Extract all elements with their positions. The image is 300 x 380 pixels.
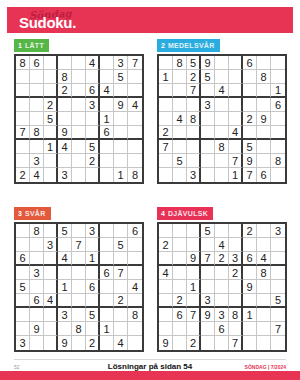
cell-r1c5 (215, 56, 229, 70)
cell-r2c1: 1 (159, 70, 173, 84)
cell-r1c2: 8 (30, 224, 44, 238)
cell-r9c5 (72, 336, 86, 350)
cell-r5c7: 1 (100, 112, 114, 126)
cell-r3c9 (128, 252, 142, 266)
cell-r5c5 (215, 112, 229, 126)
cell-r5c7: 9 (243, 280, 257, 294)
cell-r8c2: 9 (30, 322, 44, 336)
cell-r9c9 (271, 168, 285, 182)
cell-r6c5 (215, 294, 229, 308)
cell-r9c4 (201, 168, 215, 182)
issue-info: SÖNDAG | 7/2024 (245, 364, 286, 370)
cell-r4c7 (100, 98, 114, 112)
cell-r6c5 (215, 126, 229, 140)
cell-r4c8: 7 (114, 266, 128, 280)
cell-r2c5: 7 (72, 238, 86, 252)
cell-r5c1 (16, 112, 30, 126)
cell-r9c2 (30, 336, 44, 350)
cell-r3c9 (271, 252, 285, 266)
cell-r8c8 (114, 322, 128, 336)
cell-r5c2 (173, 280, 187, 294)
cell-r2c6 (86, 70, 100, 84)
cell-r8c6 (86, 322, 100, 336)
cell-r6c6 (86, 294, 100, 308)
cell-r8c3 (187, 154, 201, 168)
cell-r8c4 (58, 154, 72, 168)
cell-r5c8: 9 (257, 112, 271, 126)
cell-r2c6 (86, 238, 100, 252)
cell-r8c9 (128, 322, 142, 336)
cell-r6c3 (187, 294, 201, 308)
cell-r3c6: 3 (229, 252, 243, 266)
cell-r9c8: 1 (114, 168, 128, 182)
cell-r7c8 (257, 308, 271, 322)
cell-r8c7 (100, 154, 114, 168)
cell-r7c7: 1 (243, 308, 257, 322)
cell-r5c1 (159, 112, 173, 126)
cell-r4c5 (215, 98, 229, 112)
cell-r7c5 (72, 140, 86, 154)
cell-r9c2 (173, 168, 187, 182)
cell-r9c1: 3 (16, 336, 30, 350)
cell-r2c6 (229, 238, 243, 252)
cell-r8c8 (257, 154, 271, 168)
cell-r2c2 (30, 238, 44, 252)
cell-r3c7 (243, 84, 257, 98)
cell-r7c1: 7 (159, 140, 173, 154)
cell-r3c2 (30, 84, 44, 98)
cell-r3c4: 4 (58, 252, 72, 266)
cell-r1c8: 3 (114, 56, 128, 70)
cell-r3c3 (44, 84, 58, 98)
cell-r6c2: 2 (173, 294, 187, 308)
cell-r6c1: 2 (159, 126, 173, 140)
cell-r1c7: 2 (243, 224, 257, 238)
cell-r4c9 (271, 266, 285, 280)
cell-r9c7 (100, 336, 114, 350)
cell-r4c6 (229, 98, 243, 112)
cell-r5c4 (58, 112, 72, 126)
cell-r4c1: 4 (159, 266, 173, 280)
cell-r6c3 (44, 126, 58, 140)
cell-r1c3 (44, 224, 58, 238)
cell-r9c8: 4 (114, 336, 128, 350)
cell-r7c2 (173, 140, 187, 154)
badge-number: 4 (161, 209, 165, 218)
cell-r4c2 (30, 98, 44, 112)
cell-r2c9 (271, 238, 285, 252)
cell-r6c9 (128, 126, 142, 140)
cell-r2c8: 8 (257, 70, 271, 84)
cell-r9c1: 2 (16, 168, 30, 182)
cell-r3c5 (72, 84, 86, 98)
cell-r6c1 (159, 294, 173, 308)
cell-r4c1 (16, 98, 30, 112)
cell-r6c4 (58, 294, 72, 308)
difficulty-badge-devilish: 4 DJÄVULSK (157, 207, 213, 220)
cell-r8c2 (173, 322, 187, 336)
cell-r2c3 (44, 70, 58, 84)
cell-r6c3 (187, 126, 201, 140)
cell-r4c7: 6 (100, 266, 114, 280)
cell-r2c1 (16, 70, 30, 84)
cell-r5c2 (30, 112, 44, 126)
cell-r1c4 (58, 56, 72, 70)
cell-r8c3 (187, 322, 201, 336)
cell-r5c5 (72, 112, 86, 126)
cell-r1c8 (257, 56, 271, 70)
cell-r4c6: 2 (229, 266, 243, 280)
cell-r5c7 (100, 280, 114, 294)
cell-r5c8 (114, 112, 128, 126)
cell-r3c7 (100, 252, 114, 266)
cell-r8c6: 7 (229, 154, 243, 168)
cell-r4c5 (72, 98, 86, 112)
cell-r6c5 (72, 126, 86, 140)
cell-r1c8 (114, 224, 128, 238)
cell-r6c9: 5 (271, 294, 285, 308)
cell-r4c4: 3 (201, 98, 215, 112)
cell-r4c9: 4 (128, 98, 142, 112)
cell-r5c4: 1 (58, 280, 72, 294)
cell-r2c9 (271, 70, 285, 84)
cell-r8c4 (58, 322, 72, 336)
cell-r6c7: 6 (100, 126, 114, 140)
cell-r3c6: 6 (86, 84, 100, 98)
cell-r7c8 (114, 308, 128, 322)
cell-r1c5 (72, 224, 86, 238)
cell-r8c9: 7 (271, 322, 285, 336)
cell-r9c5 (215, 336, 229, 350)
cell-r9c2: 4 (30, 168, 44, 182)
cell-r9c4 (201, 336, 215, 350)
cell-r7c3 (44, 308, 58, 322)
cell-r9c8 (257, 336, 271, 350)
cell-r6c2 (173, 126, 187, 140)
cell-r4c6 (86, 266, 100, 280)
masthead-title: Sudoku. (19, 14, 76, 31)
cell-r5c9 (271, 280, 285, 294)
cell-r2c8: 5 (114, 70, 128, 84)
cell-r6c4 (201, 126, 215, 140)
sudoku-grid-2-medium: 859612587413648292478557983176 (157, 54, 287, 184)
cell-r7c5: 8 (215, 140, 229, 154)
cell-r2c9 (128, 238, 142, 252)
cell-r3c3: 9 (187, 252, 201, 266)
cell-r2c6 (229, 70, 243, 84)
cell-r6c9 (128, 294, 142, 308)
cell-r4c2 (173, 98, 187, 112)
cell-r2c9 (128, 70, 142, 84)
cell-r6c5 (72, 294, 86, 308)
cell-r1c9: 3 (271, 224, 285, 238)
cell-r6c8 (257, 294, 271, 308)
cell-r6c7 (243, 294, 257, 308)
cell-r4c7 (243, 98, 257, 112)
badge-label: LÄTT (25, 41, 44, 50)
cell-r6c8 (257, 126, 271, 140)
cell-r8c7: 1 (100, 322, 114, 336)
cell-r7c6: 5 (86, 308, 100, 322)
cell-r5c3 (44, 280, 58, 294)
cell-r3c5: 2 (215, 252, 229, 266)
cell-r2c1: 2 (159, 238, 173, 252)
cell-r8c8 (257, 322, 271, 336)
cell-r2c8 (257, 238, 271, 252)
cell-r3c3 (44, 252, 58, 266)
cell-r8c2: 3 (30, 154, 44, 168)
cell-r1c4: 5 (58, 224, 72, 238)
cell-r7c7: 5 (243, 140, 257, 154)
badge-label: SVÅR (25, 209, 46, 218)
difficulty-badge-medium: 2 MEDELSVÅR (157, 39, 220, 52)
cell-r7c9 (128, 140, 142, 154)
page-number: 52 (14, 364, 20, 370)
cell-r9c8: 6 (257, 168, 271, 182)
cell-r8c1 (159, 322, 173, 336)
cell-r5c3: 8 (187, 112, 201, 126)
cell-r8c2: 5 (173, 154, 187, 168)
cell-r2c3: 2 (187, 70, 201, 84)
cell-r7c5 (72, 308, 86, 322)
cell-r4c2 (173, 266, 187, 280)
cell-r2c7 (243, 70, 257, 84)
cell-r9c3: 3 (187, 168, 201, 182)
cell-r1c2 (173, 224, 187, 238)
sudoku-grid-1-easy: 864378526423945178961453224318 (14, 54, 144, 184)
cell-r8c9 (128, 154, 142, 168)
badge-number: 1 (18, 41, 22, 50)
cell-r2c4: 5 (201, 70, 215, 84)
cell-r4c3: 2 (44, 98, 58, 112)
cell-r7c4: 9 (201, 308, 215, 322)
cell-r1c4: 5 (201, 224, 215, 238)
cell-r7c2 (30, 140, 44, 154)
cell-r9c9 (128, 336, 142, 350)
cell-r9c4: 3 (58, 168, 72, 182)
cell-r6c8: 2 (114, 294, 128, 308)
cell-r9c3 (44, 168, 58, 182)
difficulty-badge-easy: 1 LÄTT (14, 39, 49, 52)
cell-r2c5 (215, 70, 229, 84)
sudoku-grid-4-devilish: 523249723644281923567938167927 (157, 222, 287, 352)
cell-r3c4: 7 (201, 252, 215, 266)
cell-r9c6 (86, 168, 100, 182)
cell-r7c2: 6 (173, 308, 187, 322)
cell-r3c6: 1 (86, 252, 100, 266)
footer-divider (14, 359, 286, 360)
cell-r1c4: 9 (201, 56, 215, 70)
cell-r8c7: 9 (243, 154, 257, 168)
cell-r5c9 (128, 112, 142, 126)
cell-r3c2 (173, 84, 187, 98)
cell-r9c5 (72, 168, 86, 182)
cell-r4c8 (257, 98, 271, 112)
cell-r5c4 (201, 280, 215, 294)
cell-r3c5: 4 (215, 84, 229, 98)
cell-r8c4 (201, 322, 215, 336)
cell-r2c2 (173, 70, 187, 84)
cell-r2c4 (58, 238, 72, 252)
cell-r3c8: 4 (257, 252, 271, 266)
cell-r7c8 (257, 140, 271, 154)
cell-r7c3 (187, 140, 201, 154)
cell-r4c5 (72, 266, 86, 280)
cell-r4c6: 3 (86, 98, 100, 112)
cell-r8c4 (201, 154, 215, 168)
cell-r6c2: 8 (30, 126, 44, 140)
badge-number: 2 (161, 41, 165, 50)
cell-r3c4: 2 (58, 84, 72, 98)
cell-r9c1 (159, 168, 173, 182)
cell-r6c3: 4 (44, 294, 58, 308)
cell-r7c4 (201, 140, 215, 154)
cell-r9c6: 2 (86, 336, 100, 350)
cell-r6c8 (114, 126, 128, 140)
cell-r7c4: 3 (58, 308, 72, 322)
cell-r6c7 (243, 126, 257, 140)
cell-r2c8: 5 (114, 238, 128, 252)
cell-r1c3: 5 (187, 56, 201, 70)
cell-r5c6 (229, 112, 243, 126)
masthead-banner: Söndag Sudoku. (7, 7, 293, 33)
cell-r3c9 (128, 84, 142, 98)
cell-r9c9: 8 (128, 168, 142, 182)
cell-r4c4 (58, 266, 72, 280)
cell-r3c4 (201, 84, 215, 98)
cell-r9c3 (44, 336, 58, 350)
cell-r2c7 (243, 238, 257, 252)
cell-r7c5: 3 (215, 308, 229, 322)
cell-r4c7 (243, 266, 257, 280)
cell-r8c6: 2 (86, 154, 100, 168)
cell-r3c7: 4 (100, 84, 114, 98)
cell-r1c9 (271, 56, 285, 70)
cell-r8c6 (229, 322, 243, 336)
cell-r9c7 (100, 168, 114, 182)
cell-r1c7: 6 (243, 56, 257, 70)
cell-r3c1: 6 (16, 252, 30, 266)
cell-r2c2 (173, 238, 187, 252)
cell-r6c1: 7 (16, 126, 30, 140)
cell-r1c9: 6 (128, 224, 142, 238)
cell-r7c9 (271, 140, 285, 154)
cell-r7c2 (30, 308, 44, 322)
cell-r9c2 (173, 336, 187, 350)
cell-r5c2 (30, 280, 44, 294)
cell-r2c7 (100, 238, 114, 252)
cell-r9c6: 7 (229, 336, 243, 350)
badge-label: MEDELSVÅR (168, 41, 215, 50)
cell-r7c3: 1 (44, 140, 58, 154)
cell-r8c5: 6 (215, 322, 229, 336)
cell-r6c1 (16, 294, 30, 308)
cell-r7c7 (100, 140, 114, 154)
cell-r1c8 (257, 224, 271, 238)
cell-r6c6 (86, 126, 100, 140)
cell-r4c3 (187, 98, 201, 112)
cell-r2c1 (16, 238, 30, 252)
cell-r1c7 (100, 56, 114, 70)
cell-r7c6 (229, 140, 243, 154)
cell-r6c6 (229, 294, 243, 308)
cell-r8c5: 8 (72, 322, 86, 336)
cell-r9c7 (243, 336, 257, 350)
badge-number: 3 (18, 209, 22, 218)
cell-r8c5 (215, 154, 229, 168)
cell-r4c3 (187, 266, 201, 280)
cell-r4c8: 9 (114, 98, 128, 112)
cell-r1c5 (215, 224, 229, 238)
difficulty-badge-hard: 3 SVÅR (14, 207, 51, 220)
cell-r4c9 (128, 266, 142, 280)
cell-r2c5 (72, 70, 86, 84)
cell-r5c6 (86, 112, 100, 126)
cell-r7c3: 7 (187, 308, 201, 322)
cell-r3c2 (173, 252, 187, 266)
cell-r1c6 (229, 56, 243, 70)
cell-r1c6: 3 (86, 224, 100, 238)
cell-r3c9: 1 (271, 84, 285, 98)
cell-r5c1 (159, 280, 173, 294)
cell-r4c1 (16, 266, 30, 280)
cell-r9c1: 9 (159, 336, 173, 350)
cell-r1c7 (100, 224, 114, 238)
cell-r3c1 (159, 84, 173, 98)
cell-r3c3: 7 (187, 84, 201, 98)
cell-r7c7 (100, 308, 114, 322)
cell-r1c1: 8 (16, 56, 30, 70)
cell-r3c1 (16, 84, 30, 98)
cell-r5c5 (215, 280, 229, 294)
cell-r5c9 (271, 112, 285, 126)
cell-r3c1 (159, 252, 173, 266)
cell-r9c4: 9 (58, 336, 72, 350)
cell-r5c4 (201, 112, 215, 126)
cell-r1c5 (72, 56, 86, 70)
cell-r8c5 (72, 154, 86, 168)
cell-r4c4 (58, 98, 72, 112)
cell-r9c5 (215, 168, 229, 182)
cell-r5c5 (72, 280, 86, 294)
cell-r5c6: 6 (86, 280, 100, 294)
cell-r3c8 (257, 84, 271, 98)
cell-r7c4: 4 (58, 140, 72, 154)
cell-r3c6 (229, 84, 243, 98)
cell-r7c9 (271, 308, 285, 322)
cell-r5c8 (257, 280, 271, 294)
cell-r3c5 (72, 252, 86, 266)
cell-r1c2: 6 (30, 56, 44, 70)
cell-r6c6: 4 (229, 126, 243, 140)
cell-r1c1 (159, 224, 173, 238)
cell-r3c8 (114, 252, 128, 266)
cell-r3c8 (114, 84, 128, 98)
cell-r5c8 (114, 280, 128, 294)
cell-r8c3 (44, 154, 58, 168)
cell-r8c3 (44, 322, 58, 336)
cell-r8c1 (159, 154, 173, 168)
cell-r1c3 (44, 56, 58, 70)
cell-r5c6 (229, 280, 243, 294)
cell-r2c2 (30, 70, 44, 84)
cell-r1c6 (229, 224, 243, 238)
cell-r4c2: 3 (30, 266, 44, 280)
cell-r7c1 (16, 140, 30, 154)
cell-r4c1 (159, 98, 173, 112)
cell-r2c4: 8 (58, 70, 72, 84)
cell-r2c4 (201, 238, 215, 252)
